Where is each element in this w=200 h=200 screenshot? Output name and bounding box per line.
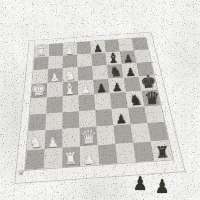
black-pawn-c6[interactable]: ♟ xyxy=(115,112,127,125)
square-b5[interactable] xyxy=(96,125,115,144)
captured-black-pawn: ♟ xyxy=(155,178,169,197)
photo-scene: ♜♟♟♝♟♟♞♞♟♚♝♟♟♟♚♞♛♟♞♟♛♜♟♜ ♛ ♟♟ xyxy=(0,0,200,200)
square-h8[interactable] xyxy=(132,38,148,51)
square-g5[interactable] xyxy=(91,52,107,66)
square-d8[interactable]: ♛ xyxy=(141,90,160,107)
square-c1[interactable] xyxy=(28,113,46,131)
square-h1[interactable]: ♜ xyxy=(34,44,49,57)
square-d7[interactable]: ♞ xyxy=(126,91,145,108)
black-rook-a8[interactable]: ♜ xyxy=(155,145,170,161)
square-d4[interactable] xyxy=(78,94,95,111)
square-f2[interactable]: ♟ xyxy=(47,68,62,83)
square-c8[interactable] xyxy=(144,105,164,123)
square-d5[interactable] xyxy=(94,93,111,110)
white-queen-b4[interactable]: ♛ xyxy=(79,127,97,147)
square-g8[interactable] xyxy=(134,49,151,63)
square-e1[interactable]: ♚ xyxy=(31,83,47,99)
square-b8[interactable] xyxy=(147,122,168,141)
square-h3[interactable]: ♟ xyxy=(63,42,77,55)
square-b2[interactable]: ♟ xyxy=(45,129,63,149)
square-b4[interactable]: ♛ xyxy=(79,127,97,146)
square-g4[interactable] xyxy=(77,53,92,67)
square-h2[interactable] xyxy=(49,43,63,56)
white-knight-b1[interactable]: ♞ xyxy=(28,133,43,150)
square-e3[interactable]: ♝ xyxy=(63,81,79,97)
square-h5[interactable]: ♟ xyxy=(90,40,105,53)
square-g1[interactable] xyxy=(33,56,48,70)
square-d3[interactable] xyxy=(63,95,79,112)
square-c5[interactable] xyxy=(95,109,113,127)
square-a2[interactable] xyxy=(44,147,63,168)
square-d1[interactable] xyxy=(30,97,47,114)
board-grid[interactable]: ♜♟♟♝♟♟♞♞♟♚♝♟♟♟♚♞♛♟♞♟♛♜♟♜ xyxy=(24,37,174,171)
square-c2[interactable] xyxy=(45,112,62,130)
white-pawn-b2[interactable]: ♟ xyxy=(47,135,60,149)
white-king-e1[interactable]: ♚ xyxy=(30,81,47,99)
black-queen-d8[interactable]: ♛ xyxy=(143,89,160,107)
vinyl-mat: ♜♟♟♝♟♟♞♞♟♚♝♟♟♟♚♞♛♟♞♟♛♜♟♜ ♛ xyxy=(14,32,186,184)
white-pawn-a4[interactable]: ♟ xyxy=(83,152,96,166)
square-f4[interactable] xyxy=(77,66,93,81)
square-g2[interactable] xyxy=(48,55,63,69)
square-a3[interactable]: ♜ xyxy=(62,146,80,167)
square-f5[interactable] xyxy=(92,65,108,80)
square-b1[interactable]: ♞ xyxy=(27,130,46,150)
square-c3[interactable] xyxy=(62,111,79,129)
chess-board[interactable]: ♜♟♟♝♟♟♞♞♟♚♝♟♟♟♚♞♛♟♞♟♛♜♟♜ ♛ xyxy=(14,32,186,184)
white-rook-a3[interactable]: ♜ xyxy=(64,151,79,167)
square-e4[interactable]: ♟ xyxy=(78,80,94,96)
square-e2[interactable] xyxy=(47,82,63,98)
square-a7[interactable] xyxy=(133,141,154,162)
captured-black-pawn: ♟ xyxy=(133,175,147,194)
square-a5[interactable] xyxy=(98,144,118,165)
square-a4[interactable]: ♟ xyxy=(80,145,99,166)
square-d2[interactable] xyxy=(46,96,62,113)
square-a1[interactable] xyxy=(25,149,44,170)
square-b3[interactable] xyxy=(62,128,80,148)
square-a8[interactable]: ♜ xyxy=(151,140,173,161)
square-h4[interactable] xyxy=(77,41,92,54)
square-f6[interactable]: ♞ xyxy=(107,64,124,79)
square-e5[interactable]: ♟ xyxy=(93,78,110,94)
